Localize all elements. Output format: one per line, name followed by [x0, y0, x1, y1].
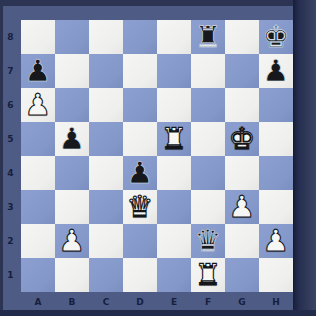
square-c7[interactable] [89, 54, 123, 88]
square-g3[interactable]: ♟ [225, 190, 259, 224]
white-queen-d3[interactable]: ♛ [123, 190, 157, 224]
square-a2[interactable] [21, 224, 55, 258]
square-h4[interactable] [259, 156, 293, 190]
square-f1[interactable]: ♜ [191, 258, 225, 292]
file-label-d: D [123, 294, 157, 310]
square-f4[interactable] [191, 156, 225, 190]
rank-label-5: 5 [0, 122, 21, 156]
square-h1[interactable] [259, 258, 293, 292]
file-label-c: C [89, 294, 123, 310]
square-a1[interactable] [21, 258, 55, 292]
square-h8[interactable]: ♚ [259, 20, 293, 54]
square-h7[interactable]: ♟ [259, 54, 293, 88]
rank-label-7: 7 [0, 54, 21, 88]
square-f7[interactable] [191, 54, 225, 88]
square-a3[interactable] [21, 190, 55, 224]
square-c6[interactable] [89, 88, 123, 122]
square-d2[interactable] [123, 224, 157, 258]
file-label-g: G [225, 294, 259, 310]
square-b1[interactable] [55, 258, 89, 292]
chess-diagram: 87654321 ABCDEFGH ♜♚♟♟♟♟♜♚♟♛♟♟♛♟♜ [0, 0, 316, 316]
square-e6[interactable] [157, 88, 191, 122]
black-king-h8[interactable]: ♚ [259, 20, 293, 54]
square-e4[interactable] [157, 156, 191, 190]
white-rook-e5[interactable]: ♜ [157, 122, 191, 156]
rank-label-1: 1 [0, 258, 21, 292]
square-d4[interactable]: ♟ [123, 156, 157, 190]
square-c1[interactable] [89, 258, 123, 292]
black-queen-f2[interactable]: ♛ [191, 224, 225, 258]
square-d8[interactable] [123, 20, 157, 54]
black-pawn-d4[interactable]: ♟ [123, 156, 157, 190]
square-f3[interactable] [191, 190, 225, 224]
white-rook-f1[interactable]: ♜ [191, 258, 225, 292]
black-pawn-a7[interactable]: ♟ [21, 54, 55, 88]
square-b7[interactable] [55, 54, 89, 88]
square-b2[interactable]: ♟ [55, 224, 89, 258]
square-d5[interactable] [123, 122, 157, 156]
square-h5[interactable] [259, 122, 293, 156]
square-g6[interactable] [225, 88, 259, 122]
square-c8[interactable] [89, 20, 123, 54]
square-c2[interactable] [89, 224, 123, 258]
frame-edge-right [293, 0, 316, 316]
rank-label-4: 4 [0, 156, 21, 190]
square-f8[interactable]: ♜ [191, 20, 225, 54]
square-e1[interactable] [157, 258, 191, 292]
square-g7[interactable] [225, 54, 259, 88]
square-a8[interactable] [21, 20, 55, 54]
file-label-a: A [21, 294, 55, 310]
file-label-e: E [157, 294, 191, 310]
black-pawn-h7[interactable]: ♟ [259, 54, 293, 88]
square-c3[interactable] [89, 190, 123, 224]
black-pawn-b5[interactable]: ♟ [55, 122, 89, 156]
white-pawn-h2[interactable]: ♟ [259, 224, 293, 258]
square-a7[interactable]: ♟ [21, 54, 55, 88]
rank-label-8: 8 [0, 20, 21, 54]
file-label-b: B [55, 294, 89, 310]
square-g4[interactable] [225, 156, 259, 190]
square-a5[interactable] [21, 122, 55, 156]
frame-edge-top [0, 0, 316, 6]
square-h2[interactable]: ♟ [259, 224, 293, 258]
rank-label-6: 6 [0, 88, 21, 122]
square-b5[interactable]: ♟ [55, 122, 89, 156]
square-h6[interactable] [259, 88, 293, 122]
square-g5[interactable]: ♚ [225, 122, 259, 156]
white-pawn-g3[interactable]: ♟ [225, 190, 259, 224]
square-b8[interactable] [55, 20, 89, 54]
frame-edge-bottom [0, 310, 316, 316]
chess-board: ♜♚♟♟♟♟♜♚♟♛♟♟♛♟♜ [21, 20, 294, 292]
square-b6[interactable] [55, 88, 89, 122]
file-label-f: F [191, 294, 225, 310]
rank-label-2: 2 [0, 224, 21, 258]
square-a4[interactable] [21, 156, 55, 190]
square-b4[interactable] [55, 156, 89, 190]
square-e2[interactable] [157, 224, 191, 258]
white-pawn-b2[interactable]: ♟ [55, 224, 89, 258]
rank-label-3: 3 [0, 190, 21, 224]
square-a6[interactable]: ♟ [21, 88, 55, 122]
square-d7[interactable] [123, 54, 157, 88]
square-e8[interactable] [157, 20, 191, 54]
square-h3[interactable] [259, 190, 293, 224]
square-c4[interactable] [89, 156, 123, 190]
square-b3[interactable] [55, 190, 89, 224]
square-d3[interactable]: ♛ [123, 190, 157, 224]
square-e7[interactable] [157, 54, 191, 88]
square-g8[interactable] [225, 20, 259, 54]
square-d1[interactable] [123, 258, 157, 292]
square-g1[interactable] [225, 258, 259, 292]
file-label-h: H [259, 294, 293, 310]
square-d6[interactable] [123, 88, 157, 122]
square-e3[interactable] [157, 190, 191, 224]
square-e5[interactable]: ♜ [157, 122, 191, 156]
square-f2[interactable]: ♛ [191, 224, 225, 258]
square-f5[interactable] [191, 122, 225, 156]
square-f6[interactable] [191, 88, 225, 122]
white-king-g5[interactable]: ♚ [225, 122, 259, 156]
square-g2[interactable] [225, 224, 259, 258]
square-c5[interactable] [89, 122, 123, 156]
black-rook-f8[interactable]: ♜ [191, 20, 225, 54]
white-pawn-a6[interactable]: ♟ [21, 88, 55, 122]
